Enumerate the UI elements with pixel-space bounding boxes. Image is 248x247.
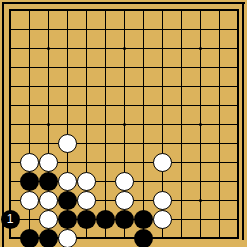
white-stone[interactable] [153, 191, 172, 210]
black-stone[interactable] [39, 229, 58, 247]
white-stone[interactable] [58, 172, 77, 191]
go-board-diagram[interactable]: 1 [0, 0, 247, 247]
white-stone[interactable] [20, 153, 39, 172]
black-stone[interactable] [20, 229, 39, 247]
white-stone[interactable] [153, 210, 172, 229]
white-stone[interactable] [58, 134, 77, 153]
move-number-label: 1 [7, 213, 14, 225]
black-stone[interactable] [77, 210, 96, 229]
white-stone[interactable] [20, 191, 39, 210]
black-stone[interactable] [58, 210, 77, 229]
black-stone[interactable] [134, 229, 153, 247]
black-stone[interactable]: 1 [1, 210, 20, 229]
black-stone[interactable] [96, 210, 115, 229]
black-stone[interactable] [115, 210, 134, 229]
white-stone[interactable] [39, 153, 58, 172]
white-stone[interactable] [39, 191, 58, 210]
black-stone[interactable] [134, 210, 153, 229]
white-stone[interactable] [77, 172, 96, 191]
black-stone[interactable] [58, 191, 77, 210]
white-stone[interactable] [39, 210, 58, 229]
black-stone[interactable] [39, 172, 58, 191]
white-stone[interactable] [115, 172, 134, 191]
stones-layer: 1 [1, 1, 248, 247]
black-stone[interactable] [20, 172, 39, 191]
white-stone[interactable] [58, 229, 77, 247]
white-stone[interactable] [153, 153, 172, 172]
white-stone[interactable] [77, 191, 96, 210]
white-stone[interactable] [115, 191, 134, 210]
